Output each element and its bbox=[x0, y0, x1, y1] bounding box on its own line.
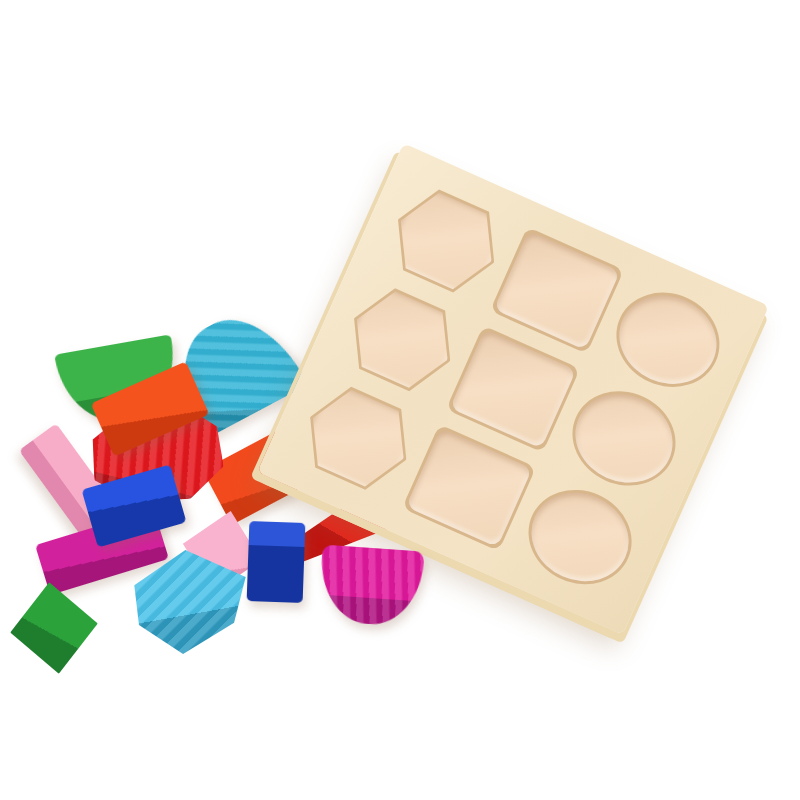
slot-floor-square bbox=[450, 330, 576, 449]
slot-floor-circle bbox=[561, 379, 687, 498]
slot-circle-r3-c3[interactable] bbox=[513, 474, 647, 601]
piece-blue-block[interactable] bbox=[82, 464, 187, 547]
piece-dark-blue-block[interactable] bbox=[247, 521, 306, 603]
piece-green-half-circle[interactable] bbox=[54, 334, 183, 429]
piece-red-octagon[interactable] bbox=[87, 399, 226, 508]
slot-circle-r2-c3[interactable] bbox=[557, 375, 691, 502]
slot-floor-hexagon bbox=[339, 280, 465, 399]
piece-pink-rhombus[interactable] bbox=[174, 503, 270, 602]
piece-magenta-bar[interactable] bbox=[35, 509, 169, 595]
slot-floor-square bbox=[406, 428, 532, 547]
piece-pink-bar[interactable] bbox=[19, 423, 123, 542]
slot-square-r1-c2[interactable] bbox=[490, 227, 624, 354]
board-grid bbox=[257, 143, 769, 635]
slot-hexagon-r3-c1[interactable] bbox=[291, 375, 425, 502]
slot-square-r3-c2[interactable] bbox=[402, 424, 536, 551]
piece-green-rhombus[interactable] bbox=[5, 578, 102, 679]
slot-floor-hexagon bbox=[383, 182, 509, 301]
slot-circle-r1-c3[interactable] bbox=[601, 276, 735, 403]
slot-floor-hexagon bbox=[295, 379, 421, 498]
piece-orange-prism[interactable] bbox=[91, 361, 210, 456]
slot-hexagon-r2-c1[interactable] bbox=[335, 276, 469, 403]
slot-floor-circle bbox=[517, 478, 643, 597]
slot-square-r2-c2[interactable] bbox=[446, 326, 580, 453]
piece-magenta-fan[interactable] bbox=[317, 545, 424, 628]
puzzle-board bbox=[257, 143, 769, 635]
slot-floor-square bbox=[494, 231, 620, 350]
photo-canvas bbox=[0, 0, 800, 800]
slot-hexagon-r1-c1[interactable] bbox=[379, 178, 513, 305]
slot-floor-circle bbox=[605, 280, 731, 399]
piece-sky-blue-gem[interactable] bbox=[132, 550, 248, 654]
